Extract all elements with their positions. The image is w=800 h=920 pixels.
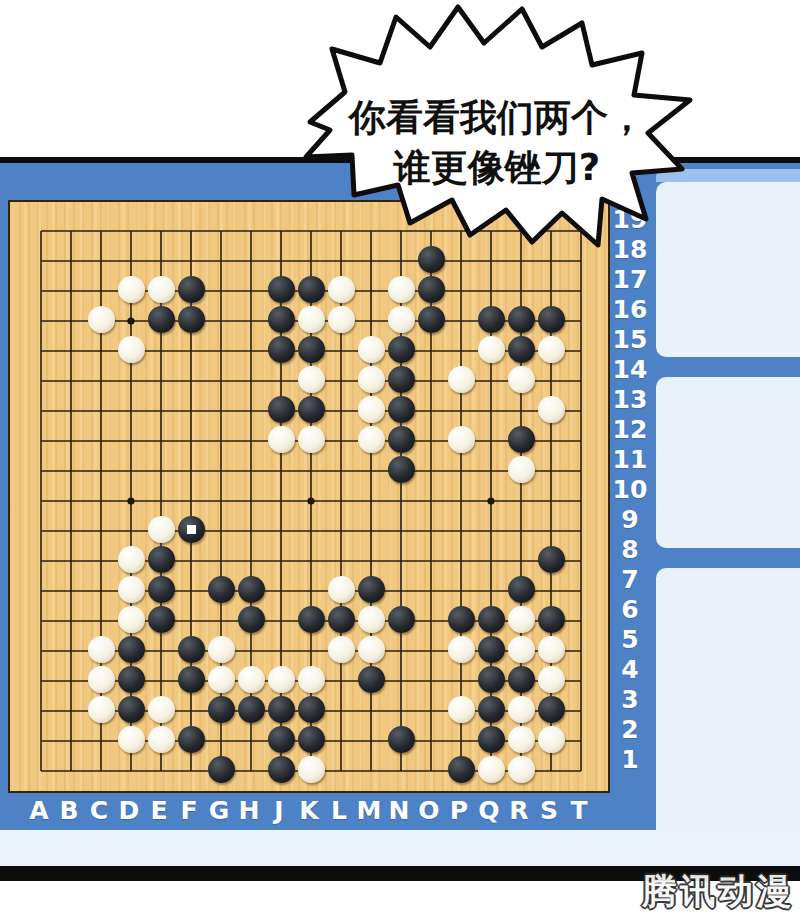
stone-black[interactable] (178, 636, 205, 663)
row-label-3: 3 (607, 687, 653, 713)
col-label-H: H (234, 798, 264, 824)
col-label-A: A (24, 798, 54, 824)
stone-white[interactable] (478, 336, 505, 363)
col-label-T: T (564, 798, 594, 824)
stone-white[interactable] (448, 426, 475, 453)
col-label-C: C (84, 798, 114, 824)
stone-white[interactable] (508, 636, 535, 663)
stone-white[interactable] (118, 726, 145, 753)
stone-black[interactable] (148, 606, 175, 633)
row-label-16: 16 (607, 297, 653, 323)
row-label-7: 7 (607, 567, 653, 593)
stone-black[interactable] (178, 306, 205, 333)
stone-white[interactable] (118, 276, 145, 303)
stone-black[interactable] (118, 666, 145, 693)
col-label-M: M (354, 798, 384, 824)
stone-white[interactable] (328, 306, 355, 333)
stone-white[interactable] (298, 756, 325, 783)
stone-black[interactable] (328, 606, 355, 633)
stone-white[interactable] (118, 546, 145, 573)
stone-black[interactable] (418, 276, 445, 303)
stone-white[interactable] (118, 576, 145, 603)
stone-black[interactable] (478, 696, 505, 723)
row-label-10: 10 (607, 477, 653, 503)
row-label-12: 12 (607, 417, 653, 443)
stone-black[interactable] (178, 726, 205, 753)
stone-black[interactable] (448, 606, 475, 633)
stone-white[interactable] (358, 366, 385, 393)
stone-white[interactable] (538, 396, 565, 423)
stone-black[interactable] (298, 696, 325, 723)
stone-black[interactable] (388, 606, 415, 633)
row-label-8: 8 (607, 537, 653, 563)
stone-black[interactable] (238, 606, 265, 633)
go-board[interactable] (8, 200, 610, 793)
stone-white[interactable] (88, 636, 115, 663)
stone-white[interactable] (388, 306, 415, 333)
stone-black[interactable] (268, 756, 295, 783)
stone-black[interactable] (538, 696, 565, 723)
col-label-F: F (174, 798, 204, 824)
stone-white[interactable] (448, 366, 475, 393)
stone-black[interactable] (478, 726, 505, 753)
stone-white[interactable] (298, 426, 325, 453)
stone-white[interactable] (268, 666, 295, 693)
stone-black[interactable] (388, 396, 415, 423)
col-label-E: E (144, 798, 174, 824)
stone-black[interactable] (118, 636, 145, 663)
stone-white[interactable] (148, 276, 175, 303)
stone-white[interactable] (448, 636, 475, 663)
stone-white[interactable] (88, 666, 115, 693)
bubble-text-line2: 谁更像锉刀? (393, 146, 600, 189)
stone-black[interactable] (298, 276, 325, 303)
stone-white[interactable] (538, 666, 565, 693)
stone-black[interactable] (508, 426, 535, 453)
stone-white[interactable] (538, 636, 565, 663)
stone-black[interactable] (208, 696, 235, 723)
stone-black[interactable] (298, 606, 325, 633)
col-label-P: P (444, 798, 474, 824)
stone-black[interactable] (208, 576, 235, 603)
row-label-5: 5 (607, 627, 653, 653)
stone-white[interactable] (298, 666, 325, 693)
stone-black[interactable] (388, 426, 415, 453)
stone-black[interactable] (268, 396, 295, 423)
bottom-light-strip (0, 830, 800, 866)
stone-black[interactable] (208, 756, 235, 783)
col-label-L: L (324, 798, 354, 824)
stone-white[interactable] (508, 606, 535, 633)
stone-black[interactable] (508, 336, 535, 363)
stone-white[interactable] (508, 726, 535, 753)
stone-white[interactable] (508, 696, 535, 723)
stone-black[interactable] (418, 306, 445, 333)
stone-white[interactable] (508, 456, 535, 483)
stone-black[interactable] (358, 576, 385, 603)
last-move-marker (187, 525, 196, 534)
stone-black[interactable] (178, 666, 205, 693)
row-label-6: 6 (607, 597, 653, 623)
speech-bubble: 你看看我们两个， 谁更像锉刀? (295, 2, 700, 260)
row-label-11: 11 (607, 447, 653, 473)
stone-black[interactable] (388, 366, 415, 393)
stone-white[interactable] (208, 636, 235, 663)
stone-white[interactable] (328, 636, 355, 663)
stone-white[interactable] (388, 276, 415, 303)
stone-white[interactable] (268, 426, 295, 453)
stone-white[interactable] (238, 666, 265, 693)
stone-black[interactable] (238, 696, 265, 723)
stone-black[interactable] (298, 336, 325, 363)
stone-black-last-move[interactable] (178, 516, 205, 543)
stone-black[interactable] (298, 726, 325, 753)
stone-black[interactable] (118, 696, 145, 723)
stone-black[interactable] (298, 396, 325, 423)
stone-black[interactable] (148, 306, 175, 333)
stone-white[interactable] (448, 696, 475, 723)
stone-white[interactable] (88, 696, 115, 723)
stone-black[interactable] (268, 696, 295, 723)
row-label-9: 9 (607, 507, 653, 533)
stone-white[interactable] (508, 366, 535, 393)
stone-white[interactable] (478, 756, 505, 783)
stone-black[interactable] (478, 606, 505, 633)
stone-white[interactable] (328, 576, 355, 603)
stone-black[interactable] (508, 666, 535, 693)
row-label-4: 4 (607, 657, 653, 683)
stone-black[interactable] (178, 276, 205, 303)
stone-black[interactable] (508, 576, 535, 603)
stone-black[interactable] (388, 726, 415, 753)
stone-white[interactable] (118, 606, 145, 633)
stone-white[interactable] (358, 606, 385, 633)
watermark-text: 腾讯动漫 (642, 868, 794, 915)
stone-white[interactable] (298, 306, 325, 333)
right-side-panel-2 (656, 377, 800, 548)
stone-black[interactable] (538, 606, 565, 633)
stone-black[interactable] (478, 666, 505, 693)
row-label-2: 2 (607, 717, 653, 743)
stone-black[interactable] (478, 306, 505, 333)
stone-black[interactable] (508, 306, 535, 333)
stone-white[interactable] (328, 276, 355, 303)
col-label-O: O (414, 798, 444, 824)
stone-white[interactable] (148, 516, 175, 543)
stone-white[interactable] (148, 696, 175, 723)
stone-white[interactable] (358, 336, 385, 363)
row-label-15: 15 (607, 327, 653, 353)
stone-black[interactable] (148, 576, 175, 603)
stone-black[interactable] (268, 336, 295, 363)
stone-white[interactable] (538, 336, 565, 363)
right-side-panel-3 (656, 568, 800, 830)
stone-black[interactable] (358, 666, 385, 693)
col-label-J: J (264, 798, 294, 824)
stone-white[interactable] (148, 726, 175, 753)
stone-black[interactable] (388, 456, 415, 483)
stone-black[interactable] (388, 336, 415, 363)
stone-black[interactable] (268, 276, 295, 303)
stone-black[interactable] (238, 576, 265, 603)
stone-white[interactable] (298, 366, 325, 393)
stone-black[interactable] (268, 306, 295, 333)
col-label-K: K (294, 798, 324, 824)
col-label-Q: Q (474, 798, 504, 824)
col-label-B: B (54, 798, 84, 824)
stone-black[interactable] (478, 636, 505, 663)
stone-white[interactable] (538, 726, 565, 753)
stone-white[interactable] (88, 306, 115, 333)
stone-white[interactable] (358, 396, 385, 423)
stone-black[interactable] (148, 546, 175, 573)
stone-black[interactable] (268, 726, 295, 753)
stone-white[interactable] (118, 336, 145, 363)
row-label-14: 14 (607, 357, 653, 383)
col-label-R: R (504, 798, 534, 824)
stone-white[interactable] (208, 666, 235, 693)
stone-black[interactable] (448, 756, 475, 783)
stone-black[interactable] (538, 546, 565, 573)
stone-black[interactable] (538, 306, 565, 333)
col-label-G: G (204, 798, 234, 824)
row-label-1: 1 (607, 747, 653, 773)
col-label-S: S (534, 798, 564, 824)
stone-white[interactable] (358, 426, 385, 453)
row-label-17: 17 (607, 267, 653, 293)
col-label-N: N (384, 798, 414, 824)
row-label-13: 13 (607, 387, 653, 413)
col-label-D: D (114, 798, 144, 824)
stone-white[interactable] (508, 756, 535, 783)
stone-white[interactable] (358, 636, 385, 663)
bubble-text-line1: 你看看我们两个， (347, 96, 645, 139)
